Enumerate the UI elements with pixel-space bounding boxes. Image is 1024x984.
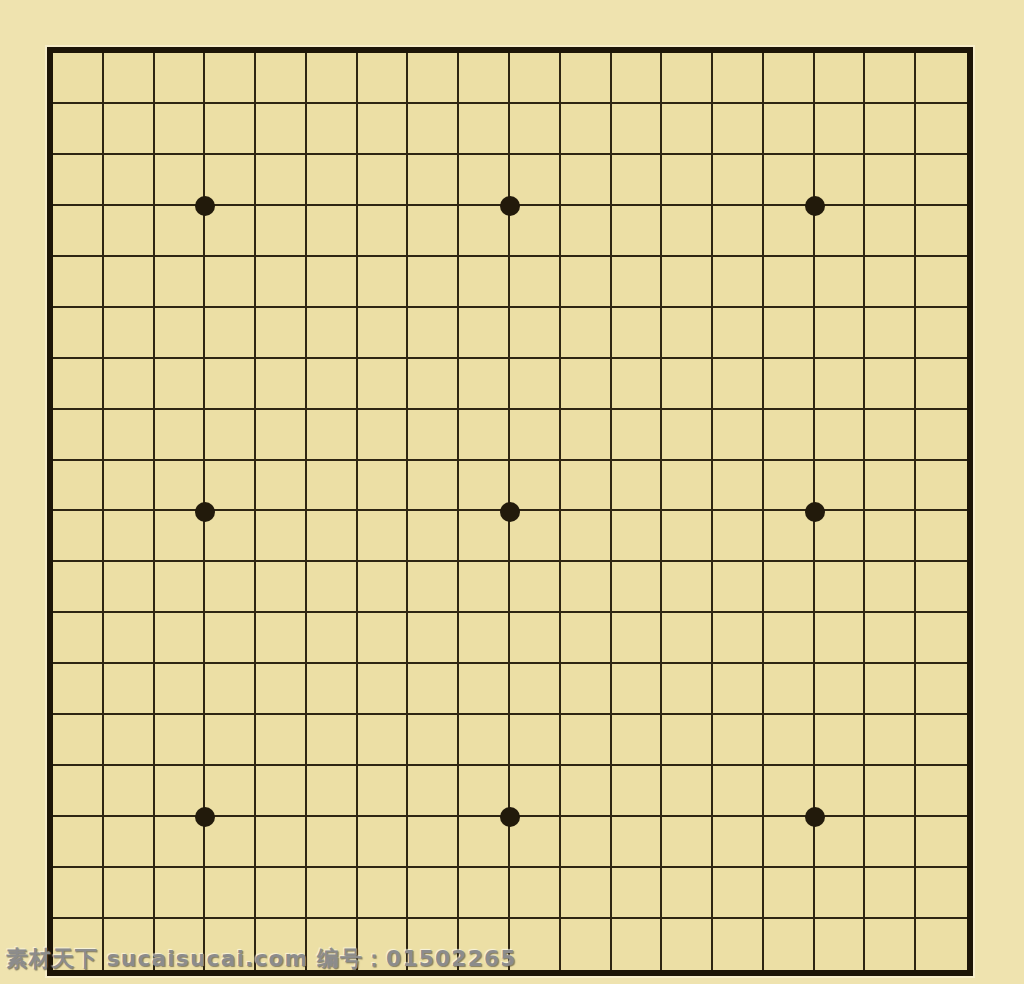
board-cell xyxy=(155,664,206,715)
board-cell xyxy=(916,206,967,257)
board-cell xyxy=(815,155,866,206)
board-cell xyxy=(307,766,358,817)
board-cell xyxy=(916,359,967,410)
board-cell xyxy=(561,461,612,512)
board-cell xyxy=(408,257,459,308)
board-cell xyxy=(713,410,764,461)
board-cell xyxy=(612,613,663,664)
board-cell xyxy=(612,359,663,410)
board-cell xyxy=(205,562,256,613)
board-cell xyxy=(459,817,510,868)
board-cell xyxy=(104,817,155,868)
board-cell xyxy=(612,410,663,461)
board-cell xyxy=(612,664,663,715)
board-cell xyxy=(510,817,561,868)
board-cell xyxy=(865,562,916,613)
board-cell xyxy=(510,461,561,512)
board-cell xyxy=(256,257,307,308)
board-cell xyxy=(612,919,663,970)
board-cell xyxy=(865,715,916,766)
board-cell xyxy=(865,613,916,664)
board-cell xyxy=(561,766,612,817)
board-cell xyxy=(459,257,510,308)
board-cell xyxy=(256,53,307,104)
board-cell xyxy=(815,308,866,359)
board-cell xyxy=(459,613,510,664)
board-cell xyxy=(358,104,409,155)
board-cell xyxy=(662,766,713,817)
board-cell xyxy=(155,53,206,104)
board-cell xyxy=(561,104,612,155)
board-cell xyxy=(510,410,561,461)
board-cell xyxy=(459,53,510,104)
board-cell xyxy=(205,766,256,817)
board-cell xyxy=(155,817,206,868)
board-cell xyxy=(865,257,916,308)
board-cell xyxy=(865,461,916,512)
board-cell xyxy=(815,613,866,664)
board-cell xyxy=(815,53,866,104)
board-cell xyxy=(408,410,459,461)
board-cell xyxy=(510,562,561,613)
board-cell xyxy=(764,308,815,359)
board-cell xyxy=(256,359,307,410)
board-cell xyxy=(764,817,815,868)
board-cell xyxy=(662,308,713,359)
board-cell xyxy=(459,104,510,155)
board-cell xyxy=(916,308,967,359)
board-cell xyxy=(53,308,104,359)
board-cell xyxy=(307,104,358,155)
board-cell xyxy=(307,562,358,613)
board-cell xyxy=(104,868,155,919)
board-cell xyxy=(662,511,713,562)
board-cell xyxy=(104,511,155,562)
board-cell xyxy=(764,919,815,970)
board-cell xyxy=(459,562,510,613)
board-grid xyxy=(53,53,967,970)
board-cell xyxy=(205,155,256,206)
board-cell xyxy=(256,461,307,512)
board-cell xyxy=(358,664,409,715)
board-cell xyxy=(916,257,967,308)
board-cell xyxy=(561,308,612,359)
board-cell xyxy=(358,308,409,359)
board-cell xyxy=(53,257,104,308)
board-cell xyxy=(916,562,967,613)
board-cell xyxy=(713,919,764,970)
board-cell xyxy=(307,308,358,359)
board-cell xyxy=(561,53,612,104)
board-cell xyxy=(815,868,866,919)
board-cell xyxy=(256,817,307,868)
board-cell xyxy=(459,868,510,919)
board-cell xyxy=(104,410,155,461)
board-cell xyxy=(307,715,358,766)
board-cell xyxy=(662,715,713,766)
board-cell xyxy=(510,206,561,257)
board-cell xyxy=(205,715,256,766)
board-cell xyxy=(662,664,713,715)
board-cell xyxy=(662,257,713,308)
board-cell xyxy=(662,919,713,970)
board-cell xyxy=(764,53,815,104)
board-cell xyxy=(358,511,409,562)
board-cell xyxy=(612,206,663,257)
board-cell xyxy=(205,257,256,308)
board-cell xyxy=(256,715,307,766)
board-cell xyxy=(155,511,206,562)
board-cell xyxy=(510,155,561,206)
board-cell xyxy=(916,155,967,206)
board-cell xyxy=(612,562,663,613)
board-cell xyxy=(815,104,866,155)
board-cell xyxy=(358,461,409,512)
board-cell xyxy=(408,817,459,868)
board-cell xyxy=(307,410,358,461)
board-cell xyxy=(408,868,459,919)
board-cell xyxy=(155,461,206,512)
board-cell xyxy=(510,511,561,562)
board-cell xyxy=(510,766,561,817)
board-cell xyxy=(104,308,155,359)
board-cell xyxy=(53,613,104,664)
board-cell xyxy=(916,715,967,766)
board-cell xyxy=(104,613,155,664)
board-cell xyxy=(815,461,866,512)
board-cell xyxy=(764,155,815,206)
board-cell xyxy=(205,817,256,868)
board-cell xyxy=(815,359,866,410)
board-cell xyxy=(612,257,663,308)
board-cell xyxy=(865,308,916,359)
board-cell xyxy=(53,155,104,206)
board-cell xyxy=(104,562,155,613)
board-cell xyxy=(865,766,916,817)
board-cell xyxy=(561,511,612,562)
board-cell xyxy=(53,817,104,868)
board-cell xyxy=(916,868,967,919)
board-cell xyxy=(459,155,510,206)
board-cell xyxy=(155,308,206,359)
board-cell xyxy=(459,308,510,359)
board-cell xyxy=(510,919,561,970)
board-cell xyxy=(307,359,358,410)
board-cell xyxy=(307,53,358,104)
board-cell xyxy=(256,104,307,155)
board-cell xyxy=(408,104,459,155)
board-cell xyxy=(662,613,713,664)
board-cell xyxy=(510,664,561,715)
board-cell xyxy=(916,461,967,512)
board-cell xyxy=(561,664,612,715)
board-cell xyxy=(865,104,916,155)
board-cell xyxy=(205,104,256,155)
board-cell xyxy=(510,308,561,359)
board-cell xyxy=(155,359,206,410)
board-cell xyxy=(256,308,307,359)
board-cell xyxy=(408,308,459,359)
board-cell xyxy=(358,817,409,868)
board-cell xyxy=(307,613,358,664)
board-cell xyxy=(104,664,155,715)
board-cell xyxy=(256,511,307,562)
board-cell xyxy=(104,206,155,257)
board-cell xyxy=(205,359,256,410)
board-cell xyxy=(408,664,459,715)
board-cell xyxy=(510,359,561,410)
board-cell xyxy=(916,664,967,715)
board-cell xyxy=(510,104,561,155)
board-cell xyxy=(612,715,663,766)
board-cell xyxy=(358,613,409,664)
board-cell xyxy=(815,562,866,613)
board-cell xyxy=(205,868,256,919)
board-cell xyxy=(764,206,815,257)
board-cell xyxy=(561,613,612,664)
board-cell xyxy=(612,308,663,359)
board-cell xyxy=(459,511,510,562)
board-cell xyxy=(53,104,104,155)
board-cell xyxy=(662,359,713,410)
board-cell xyxy=(307,664,358,715)
board-cell xyxy=(155,410,206,461)
board-cell xyxy=(408,715,459,766)
board-cell xyxy=(713,664,764,715)
board-cell xyxy=(764,511,815,562)
board-cell xyxy=(358,257,409,308)
board-cell xyxy=(307,461,358,512)
board-cell xyxy=(561,257,612,308)
board-cell xyxy=(408,461,459,512)
board-cell xyxy=(713,206,764,257)
board-cell xyxy=(815,664,866,715)
board-cell xyxy=(865,868,916,919)
board-cell xyxy=(662,461,713,512)
board-cell xyxy=(865,359,916,410)
board-cell xyxy=(561,817,612,868)
board-cell xyxy=(764,715,815,766)
board-cell xyxy=(865,155,916,206)
board-cell xyxy=(408,155,459,206)
board-cell xyxy=(713,868,764,919)
board-cell xyxy=(764,461,815,512)
board-cell xyxy=(713,308,764,359)
board-cell xyxy=(764,410,815,461)
board-cell xyxy=(459,359,510,410)
board-cell xyxy=(713,613,764,664)
board-cell xyxy=(865,511,916,562)
board-cell xyxy=(713,766,764,817)
board-cell xyxy=(713,715,764,766)
board-cell xyxy=(205,308,256,359)
board-cell xyxy=(561,715,612,766)
board-cell xyxy=(205,664,256,715)
board-cell xyxy=(713,511,764,562)
board-cell xyxy=(358,766,409,817)
board-cell xyxy=(155,155,206,206)
board-cell xyxy=(104,53,155,104)
board-cell xyxy=(459,461,510,512)
board-cell xyxy=(764,613,815,664)
board-cell xyxy=(358,868,409,919)
board-cell xyxy=(815,511,866,562)
board-cell xyxy=(612,511,663,562)
board-cell xyxy=(510,613,561,664)
board-cell xyxy=(155,206,206,257)
board-cell xyxy=(53,562,104,613)
board-cell xyxy=(408,53,459,104)
board-cell xyxy=(459,766,510,817)
board-cell xyxy=(307,155,358,206)
board-cell xyxy=(713,562,764,613)
board-cell xyxy=(53,766,104,817)
board-cell xyxy=(358,359,409,410)
board-cell xyxy=(256,562,307,613)
board-cell xyxy=(155,562,206,613)
go-board xyxy=(47,47,973,976)
board-cell xyxy=(155,766,206,817)
board-cell xyxy=(408,562,459,613)
board-cell xyxy=(256,613,307,664)
board-cell xyxy=(764,257,815,308)
board-cell xyxy=(205,206,256,257)
board-cell xyxy=(713,359,764,410)
board-cell xyxy=(256,664,307,715)
board-cell xyxy=(865,410,916,461)
board-cell xyxy=(612,104,663,155)
board-cell xyxy=(205,53,256,104)
board-cell xyxy=(662,104,713,155)
board-cell xyxy=(459,410,510,461)
board-cell xyxy=(815,410,866,461)
board-cell xyxy=(53,53,104,104)
board-cell xyxy=(713,155,764,206)
board-cell xyxy=(916,817,967,868)
board-cell xyxy=(510,868,561,919)
board-cell xyxy=(815,206,866,257)
board-cell xyxy=(104,359,155,410)
board-cell xyxy=(713,817,764,868)
board-cell xyxy=(358,53,409,104)
board-cell xyxy=(815,715,866,766)
board-cell xyxy=(561,410,612,461)
board-cell xyxy=(561,206,612,257)
board-cell xyxy=(916,511,967,562)
board-cell xyxy=(815,766,866,817)
board-cell xyxy=(307,257,358,308)
watermark: 素材天下 sucaisucai.com 编号：01502265 xyxy=(6,944,517,974)
page: 素材天下 sucaisucai.com 编号：01502265 xyxy=(0,0,1024,984)
board-cell xyxy=(358,562,409,613)
board-cell xyxy=(865,53,916,104)
board-cell xyxy=(53,410,104,461)
board-cell xyxy=(561,359,612,410)
board-cell xyxy=(53,359,104,410)
board-cell xyxy=(713,461,764,512)
board-cell xyxy=(916,410,967,461)
board-cell xyxy=(916,766,967,817)
board-cell xyxy=(256,206,307,257)
board-cell xyxy=(53,511,104,562)
board-cell xyxy=(408,206,459,257)
board-cell xyxy=(205,613,256,664)
board-cell xyxy=(155,257,206,308)
board-cell xyxy=(205,511,256,562)
board-cell xyxy=(53,715,104,766)
board-cell xyxy=(865,664,916,715)
board-cell xyxy=(408,359,459,410)
board-cell xyxy=(104,155,155,206)
board-cell xyxy=(53,206,104,257)
board-cell xyxy=(612,53,663,104)
board-cell xyxy=(713,257,764,308)
board-cell xyxy=(408,766,459,817)
board-cell xyxy=(815,817,866,868)
board-cell xyxy=(256,410,307,461)
board-cell xyxy=(662,817,713,868)
board-cell xyxy=(358,410,409,461)
board-cell xyxy=(662,410,713,461)
board-cell xyxy=(205,461,256,512)
board-cell xyxy=(53,461,104,512)
board-cell xyxy=(764,868,815,919)
board-cell xyxy=(662,53,713,104)
board-cell xyxy=(459,715,510,766)
board-cell xyxy=(104,104,155,155)
board-cell xyxy=(155,715,206,766)
board-cell xyxy=(205,410,256,461)
board-cell xyxy=(561,919,612,970)
board-cell xyxy=(916,104,967,155)
board-cell xyxy=(612,461,663,512)
board-cell xyxy=(256,868,307,919)
board-cell xyxy=(510,257,561,308)
board-cell xyxy=(612,766,663,817)
board-cell xyxy=(104,715,155,766)
board-cell xyxy=(104,766,155,817)
board-cell xyxy=(764,359,815,410)
board-cell xyxy=(561,562,612,613)
board-cell xyxy=(358,206,409,257)
board-cell xyxy=(104,461,155,512)
board-cell xyxy=(764,664,815,715)
board-cell xyxy=(408,511,459,562)
board-cell xyxy=(916,613,967,664)
board-cell xyxy=(307,206,358,257)
board-cell xyxy=(764,562,815,613)
board-cell xyxy=(256,155,307,206)
board-cell xyxy=(510,53,561,104)
board-cell xyxy=(916,919,967,970)
board-cell xyxy=(307,817,358,868)
board-cell xyxy=(764,104,815,155)
board-cell xyxy=(764,766,815,817)
board-cell xyxy=(612,817,663,868)
board-cell xyxy=(358,155,409,206)
board-cell xyxy=(662,155,713,206)
board-cell xyxy=(53,868,104,919)
board-cell xyxy=(510,715,561,766)
board-cell xyxy=(256,766,307,817)
board-cell xyxy=(865,919,916,970)
board-cell xyxy=(459,664,510,715)
board-cell xyxy=(612,868,663,919)
board-cell xyxy=(916,53,967,104)
board-cell xyxy=(307,511,358,562)
board-cell xyxy=(459,206,510,257)
board-cell xyxy=(713,104,764,155)
